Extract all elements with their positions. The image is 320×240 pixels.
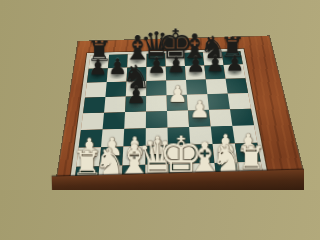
- piece-white-pawn-f4[interactable]: ♟: [189, 98, 210, 121]
- chess-app-window: { "game": "chess", "scene": { "descripti…: [0, 0, 304, 190]
- board-scene: ♜♝♛♚♝♞♜♟♟♟♟♟♟♟♞♟♟♟♟♟♟♟♟♟♜♞♝♛♚♝♞♜: [0, 0, 304, 190]
- piece-black-pawn-a7[interactable]: ♟: [88, 56, 107, 77]
- piece-black-pawn-c5[interactable]: ♟: [126, 84, 146, 107]
- piece-black-pawn-e7[interactable]: ♟: [166, 54, 185, 75]
- board-frame: ♜♝♛♚♝♞♜♟♟♟♟♟♟♟♞♟♟♟♟♟♟♟♟♟♜♞♝♛♚♝♞♜: [52, 36, 304, 190]
- piece-black-pawn-h7[interactable]: ♟: [225, 53, 244, 74]
- piece-black-pawn-f7[interactable]: ♟: [186, 54, 205, 75]
- piece-white-pawn-e5[interactable]: ♟: [167, 83, 187, 106]
- piece-black-pawn-g7[interactable]: ♟: [205, 53, 224, 74]
- board-rim: ♜♝♛♚♝♞♜♟♟♟♟♟♟♟♞♟♟♟♟♟♟♟♟♟♜♞♝♛♚♝♞♜: [69, 49, 270, 190]
